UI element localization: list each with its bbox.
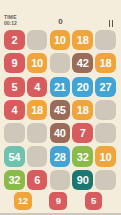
game-screen: TIME 00:12 0 210189104218542120274184518… bbox=[0, 0, 121, 215]
empty-cell[interactable] bbox=[95, 30, 116, 50]
tile-2[interactable]: 2 bbox=[4, 30, 25, 50]
tray-tile-5[interactable]: 5 bbox=[85, 192, 103, 210]
empty-cell[interactable] bbox=[95, 170, 116, 190]
board: 2101891042185421202741845184075428321032… bbox=[4, 30, 116, 190]
tile-4[interactable]: 4 bbox=[27, 77, 48, 97]
tile-10[interactable]: 10 bbox=[95, 146, 116, 166]
tile-40[interactable]: 40 bbox=[50, 123, 71, 143]
empty-cell[interactable] bbox=[27, 30, 48, 50]
tray-tile-9[interactable]: 9 bbox=[49, 192, 67, 210]
tile-90[interactable]: 90 bbox=[72, 170, 93, 190]
empty-cell[interactable] bbox=[95, 123, 116, 143]
empty-cell[interactable] bbox=[27, 146, 48, 166]
pause-icon bbox=[109, 20, 111, 27]
tile-54[interactable]: 54 bbox=[4, 146, 25, 166]
tile-28[interactable]: 28 bbox=[50, 146, 71, 166]
tile-45[interactable]: 45 bbox=[50, 100, 71, 120]
tile-4[interactable]: 4 bbox=[4, 100, 25, 120]
next-tiles-tray: 1295 bbox=[0, 192, 121, 210]
tile-32[interactable]: 32 bbox=[4, 170, 25, 190]
top-bar: TIME 00:12 0 bbox=[0, 13, 121, 30]
tile-6[interactable]: 6 bbox=[27, 170, 48, 190]
tile-5[interactable]: 5 bbox=[4, 77, 25, 97]
tile-32[interactable]: 32 bbox=[72, 146, 93, 166]
empty-cell[interactable] bbox=[50, 170, 71, 190]
empty-cell[interactable] bbox=[4, 123, 25, 143]
tile-21[interactable]: 21 bbox=[50, 77, 71, 97]
tile-42[interactable]: 42 bbox=[72, 53, 93, 73]
pause-icon bbox=[112, 20, 114, 27]
tile-18[interactable]: 18 bbox=[95, 53, 116, 73]
tile-27[interactable]: 27 bbox=[95, 77, 116, 97]
empty-cell[interactable] bbox=[50, 53, 71, 73]
tile-18[interactable]: 18 bbox=[27, 100, 48, 120]
pause-button[interactable] bbox=[107, 20, 115, 28]
tile-7[interactable]: 7 bbox=[72, 123, 93, 143]
tile-20[interactable]: 20 bbox=[72, 77, 93, 97]
empty-cell[interactable] bbox=[27, 123, 48, 143]
tile-10[interactable]: 10 bbox=[27, 53, 48, 73]
tray-tile-12[interactable]: 12 bbox=[14, 192, 32, 210]
tile-10[interactable]: 10 bbox=[50, 30, 71, 50]
empty-cell[interactable] bbox=[95, 100, 116, 120]
tile-18[interactable]: 18 bbox=[72, 30, 93, 50]
bottom-edge-divider bbox=[0, 213, 121, 215]
score-value: 0 bbox=[0, 17, 121, 26]
tile-18[interactable]: 18 bbox=[72, 100, 93, 120]
tile-9[interactable]: 9 bbox=[4, 53, 25, 73]
